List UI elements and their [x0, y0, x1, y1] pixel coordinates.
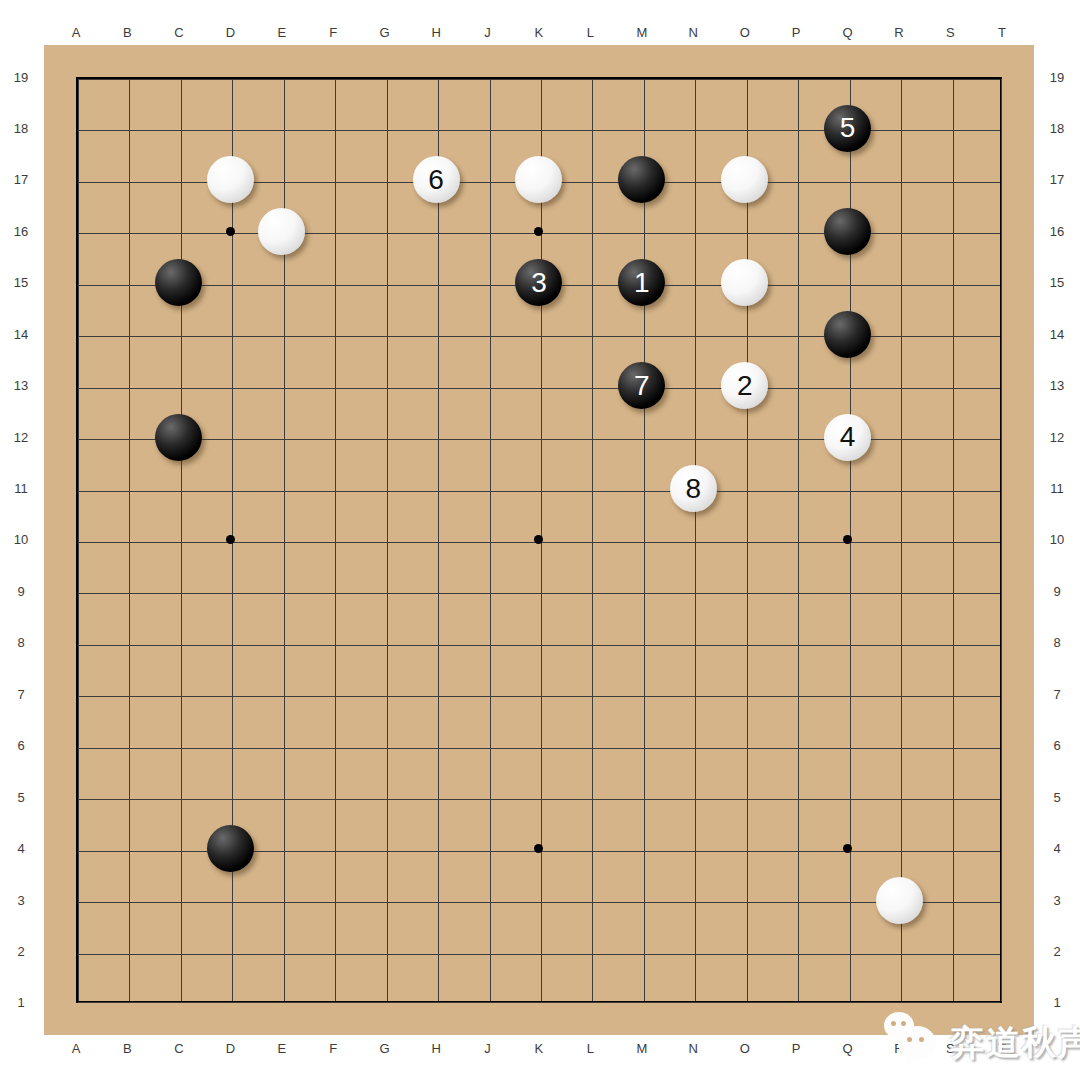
row-label: 12 — [1036, 411, 1078, 462]
row-label: 4 — [0, 823, 42, 874]
move-number-label: 5 — [840, 114, 856, 142]
black-stone — [155, 414, 202, 461]
white-stone — [258, 208, 305, 255]
column-label: G — [359, 1036, 410, 1060]
column-label: M — [616, 1036, 667, 1060]
column-label: B — [102, 1036, 153, 1060]
column-label: H — [410, 1036, 461, 1060]
column-label: C — [153, 1036, 204, 1060]
black-stone — [618, 156, 665, 203]
white-stone — [876, 877, 923, 924]
column-label: D — [205, 1036, 256, 1060]
row-label: 8 — [0, 617, 42, 668]
white-stone — [515, 156, 562, 203]
black-stone: 1 — [618, 259, 665, 306]
column-label: G — [359, 20, 410, 44]
board-intersections: 56317248 — [50, 51, 1027, 1028]
row-label: 18 — [0, 103, 42, 154]
black-stone: 7 — [618, 362, 665, 409]
row-label: 19 — [0, 51, 42, 102]
move-number-label: 1 — [634, 269, 650, 297]
row-label: 7 — [1036, 669, 1078, 720]
row-label: 2 — [0, 926, 42, 977]
row-label: 10 — [1036, 514, 1078, 565]
star-point — [843, 535, 852, 544]
row-label: 3 — [1036, 874, 1078, 925]
column-label: O — [719, 1036, 770, 1060]
row-label: 16 — [0, 206, 42, 257]
row-label: 4 — [1036, 823, 1078, 874]
column-label: P — [770, 1036, 821, 1060]
black-stone: 5 — [824, 105, 871, 152]
white-stone: 8 — [670, 465, 717, 512]
column-label: B — [102, 20, 153, 44]
black-stone — [155, 259, 202, 306]
star-point — [534, 227, 543, 236]
column-label: A — [50, 1036, 101, 1060]
watermark: 弈道秋声 — [882, 1008, 1080, 1078]
star-point — [534, 844, 543, 853]
row-label: 19 — [1036, 51, 1078, 102]
column-label: F — [307, 1036, 358, 1060]
column-label: F — [307, 20, 358, 44]
row-labels-left: 19181716151413121110987654321 — [0, 51, 42, 1028]
star-point — [534, 535, 543, 544]
wechat-icon — [882, 1012, 946, 1070]
row-label: 16 — [1036, 206, 1078, 257]
column-label: T — [976, 20, 1027, 44]
row-label: 7 — [0, 669, 42, 720]
row-label: 5 — [0, 771, 42, 822]
column-label: P — [770, 20, 821, 44]
black-stone — [207, 825, 254, 872]
row-label: 2 — [1036, 926, 1078, 977]
column-label: N — [668, 20, 719, 44]
row-label: 3 — [0, 874, 42, 925]
row-label: 17 — [0, 154, 42, 205]
row-label: 5 — [1036, 771, 1078, 822]
row-label: 18 — [1036, 103, 1078, 154]
white-stone — [721, 259, 768, 306]
column-label: Q — [822, 1036, 873, 1060]
black-stone — [824, 208, 871, 255]
move-number-label: 8 — [685, 475, 701, 503]
column-label: S — [925, 20, 976, 44]
row-label: 14 — [1036, 308, 1078, 359]
star-point — [226, 535, 235, 544]
star-point — [226, 227, 235, 236]
row-label: 9 — [1036, 566, 1078, 617]
black-stone: 3 — [515, 259, 562, 306]
column-label: H — [410, 20, 461, 44]
column-label: M — [616, 20, 667, 44]
move-number-label: 2 — [737, 372, 753, 400]
white-stone: 4 — [824, 414, 871, 461]
column-label: E — [256, 20, 307, 44]
column-label: A — [50, 20, 101, 44]
move-number-label: 4 — [840, 423, 856, 451]
white-stone — [207, 156, 254, 203]
row-label: 8 — [1036, 617, 1078, 668]
column-label: O — [719, 20, 770, 44]
row-label: 15 — [1036, 257, 1078, 308]
black-stone — [824, 311, 871, 358]
column-label: L — [565, 1036, 616, 1060]
white-stone: 2 — [721, 362, 768, 409]
column-label: C — [153, 20, 204, 44]
row-label: 9 — [0, 566, 42, 617]
column-label: D — [205, 20, 256, 44]
row-label: 12 — [0, 411, 42, 462]
move-number-label: 6 — [428, 166, 444, 194]
column-label: K — [513, 20, 564, 44]
row-labels-right: 19181716151413121110987654321 — [1036, 51, 1078, 1028]
row-label: 6 — [0, 720, 42, 771]
column-label: L — [565, 20, 616, 44]
column-labels-top: ABCDEFGHJKLMNOPQRST — [50, 20, 1027, 44]
watermark-text: 弈道秋声 — [950, 1020, 1080, 1066]
column-label: J — [462, 1036, 513, 1060]
row-label: 15 — [0, 257, 42, 308]
row-label: 13 — [0, 360, 42, 411]
column-label: N — [668, 1036, 719, 1060]
white-stone: 6 — [413, 156, 460, 203]
column-label: Q — [822, 20, 873, 44]
column-label: E — [256, 1036, 307, 1060]
move-number-label: 7 — [634, 372, 650, 400]
column-label: K — [513, 1036, 564, 1060]
star-point — [843, 844, 852, 853]
row-label: 13 — [1036, 360, 1078, 411]
row-label: 11 — [0, 463, 42, 514]
column-label: R — [873, 20, 924, 44]
row-label: 11 — [1036, 463, 1078, 514]
row-label: 10 — [0, 514, 42, 565]
white-stone — [721, 156, 768, 203]
chat-bubble-big-icon — [898, 1026, 936, 1060]
row-label: 17 — [1036, 154, 1078, 205]
row-label: 1 — [0, 977, 42, 1028]
column-label: J — [462, 20, 513, 44]
row-label: 14 — [0, 308, 42, 359]
row-label: 6 — [1036, 720, 1078, 771]
move-number-label: 3 — [531, 269, 547, 297]
go-board: 56317248 — [44, 45, 1034, 1035]
